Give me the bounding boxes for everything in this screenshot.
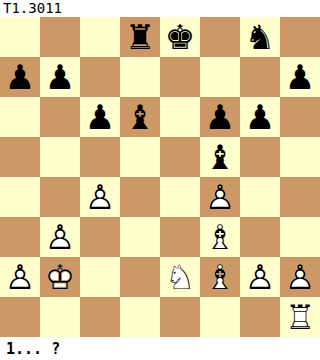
square-a7[interactable]: ♟ <box>0 57 40 97</box>
piece-black-rook: ♜ <box>120 17 160 57</box>
square-g6[interactable]: ♟ <box>240 97 280 137</box>
piece-black-pawn: ♟ <box>80 97 120 137</box>
square-e4[interactable] <box>160 177 200 217</box>
square-d5[interactable] <box>120 137 160 177</box>
square-d8[interactable]: ♜ <box>120 17 160 57</box>
piece-white-pawn-outline: ♙ <box>0 257 40 297</box>
square-b5[interactable] <box>40 137 80 177</box>
square-f2[interactable]: ♝♗ <box>200 257 240 297</box>
square-g8[interactable]: ♞ <box>240 17 280 57</box>
square-f7[interactable] <box>200 57 240 97</box>
square-h1[interactable]: ♜♖ <box>280 297 320 337</box>
square-g2[interactable]: ♟♙ <box>240 257 280 297</box>
piece-black-knight: ♞ <box>240 17 280 57</box>
square-b3[interactable]: ♟♙ <box>40 217 80 257</box>
square-f6[interactable]: ♟ <box>200 97 240 137</box>
square-a8[interactable] <box>0 17 40 57</box>
piece-black-pawn: ♟ <box>200 97 240 137</box>
square-a4[interactable] <box>0 177 40 217</box>
square-c8[interactable] <box>80 17 120 57</box>
piece-black-bishop: ♝ <box>120 97 160 137</box>
square-c2[interactable] <box>80 257 120 297</box>
piece-black-king: ♚ <box>160 17 200 57</box>
square-d1[interactable] <box>120 297 160 337</box>
square-h6[interactable] <box>280 97 320 137</box>
square-c3[interactable] <box>80 217 120 257</box>
square-h2[interactable]: ♟♙ <box>280 257 320 297</box>
square-d6[interactable]: ♝ <box>120 97 160 137</box>
square-e8[interactable]: ♚ <box>160 17 200 57</box>
piece-black-pawn: ♟ <box>240 97 280 137</box>
square-d3[interactable] <box>120 217 160 257</box>
square-d4[interactable] <box>120 177 160 217</box>
puzzle-title: T1.3011 <box>0 0 320 17</box>
square-h4[interactable] <box>280 177 320 217</box>
piece-white-bishop: ♝ <box>200 217 240 257</box>
square-e1[interactable] <box>160 297 200 337</box>
square-e3[interactable] <box>160 217 200 257</box>
square-b6[interactable] <box>40 97 80 137</box>
piece-white-pawn: ♟ <box>200 177 240 217</box>
piece-black-pawn: ♟ <box>40 57 80 97</box>
move-prompt: 1... ? <box>0 337 320 358</box>
square-b4[interactable] <box>40 177 80 217</box>
square-d7[interactable] <box>120 57 160 97</box>
square-f5[interactable]: ♝ <box>200 137 240 177</box>
piece-white-pawn-outline: ♙ <box>240 257 280 297</box>
piece-black-pawn: ♟ <box>280 57 320 97</box>
square-f1[interactable] <box>200 297 240 337</box>
square-g4[interactable] <box>240 177 280 217</box>
square-g7[interactable] <box>240 57 280 97</box>
square-a1[interactable] <box>0 297 40 337</box>
piece-white-king: ♚ <box>40 257 80 297</box>
square-b2[interactable]: ♚♔ <box>40 257 80 297</box>
square-c4[interactable]: ♟♙ <box>80 177 120 217</box>
square-d2[interactable] <box>120 257 160 297</box>
square-h3[interactable] <box>280 217 320 257</box>
square-a6[interactable] <box>0 97 40 137</box>
piece-white-pawn: ♟ <box>40 217 80 257</box>
square-h8[interactable] <box>280 17 320 57</box>
square-a3[interactable] <box>0 217 40 257</box>
square-b7[interactable]: ♟ <box>40 57 80 97</box>
piece-black-bishop: ♝ <box>200 137 240 177</box>
square-g1[interactable] <box>240 297 280 337</box>
square-f4[interactable]: ♟♙ <box>200 177 240 217</box>
piece-white-pawn: ♟ <box>280 257 320 297</box>
piece-white-pawn-outline: ♙ <box>80 177 120 217</box>
square-b1[interactable] <box>40 297 80 337</box>
square-c5[interactable] <box>80 137 120 177</box>
piece-white-rook-outline: ♖ <box>280 297 320 337</box>
square-e5[interactable] <box>160 137 200 177</box>
piece-white-bishop-outline: ♗ <box>200 217 240 257</box>
piece-white-bishop-outline: ♗ <box>200 257 240 297</box>
square-g3[interactable] <box>240 217 280 257</box>
square-c1[interactable] <box>80 297 120 337</box>
square-b8[interactable] <box>40 17 80 57</box>
square-c6[interactable]: ♟ <box>80 97 120 137</box>
square-e2[interactable]: ♞♘ <box>160 257 200 297</box>
piece-white-bishop: ♝ <box>200 257 240 297</box>
piece-white-knight-outline: ♘ <box>160 257 200 297</box>
piece-white-knight: ♞ <box>160 257 200 297</box>
square-f3[interactable]: ♝♗ <box>200 217 240 257</box>
square-e7[interactable] <box>160 57 200 97</box>
piece-white-pawn-outline: ♙ <box>40 217 80 257</box>
piece-white-pawn: ♟ <box>0 257 40 297</box>
piece-white-pawn-outline: ♙ <box>280 257 320 297</box>
square-e6[interactable] <box>160 97 200 137</box>
square-h5[interactable] <box>280 137 320 177</box>
square-h7[interactable]: ♟ <box>280 57 320 97</box>
piece-white-rook: ♜ <box>280 297 320 337</box>
piece-white-king-outline: ♔ <box>40 257 80 297</box>
piece-white-pawn: ♟ <box>80 177 120 217</box>
square-g5[interactable] <box>240 137 280 177</box>
square-a2[interactable]: ♟♙ <box>0 257 40 297</box>
square-f8[interactable] <box>200 17 240 57</box>
chess-board: ♜♚♞♟♟♟♟♝♟♟♝♟♙♟♙♟♙♝♗♟♙♚♔♞♘♝♗♟♙♟♙♜♖ <box>0 17 320 337</box>
piece-white-pawn: ♟ <box>240 257 280 297</box>
piece-black-pawn: ♟ <box>0 57 40 97</box>
square-a5[interactable] <box>0 137 40 177</box>
piece-white-pawn-outline: ♙ <box>200 177 240 217</box>
square-c7[interactable] <box>80 57 120 97</box>
